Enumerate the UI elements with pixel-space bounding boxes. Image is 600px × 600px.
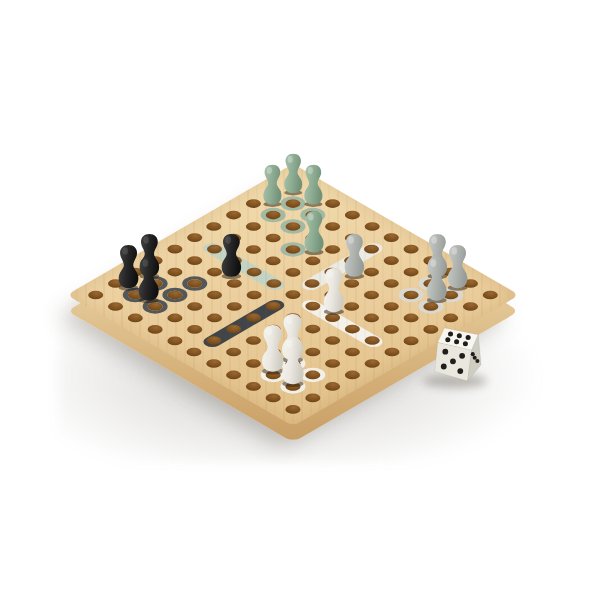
pegs-layer — [0, 0, 600, 600]
die-pip — [459, 353, 465, 359]
die-pip — [463, 341, 468, 346]
die[interactable] — [428, 325, 486, 385]
peg-green[interactable] — [259, 164, 286, 207]
die-pip — [457, 333, 462, 338]
die-pip — [448, 332, 453, 337]
die-pip — [454, 339, 459, 344]
peg-white[interactable] — [277, 336, 309, 387]
product-photo-ludo-board — [0, 0, 600, 600]
peg-green[interactable] — [300, 164, 327, 207]
peg-black[interactable] — [217, 233, 246, 279]
die-pip — [450, 358, 456, 364]
peg-grey[interactable] — [422, 256, 451, 303]
die-pip — [457, 368, 463, 374]
peg-green[interactable] — [300, 210, 328, 255]
peg-black[interactable] — [134, 256, 163, 303]
die-pip — [473, 356, 477, 360]
die-pip — [475, 359, 479, 363]
die-pip — [442, 349, 448, 355]
die-pip — [471, 352, 475, 356]
die-pip — [445, 337, 450, 342]
peg-white[interactable] — [319, 267, 349, 315]
die-pip — [466, 335, 471, 340]
die-pip — [441, 364, 447, 370]
